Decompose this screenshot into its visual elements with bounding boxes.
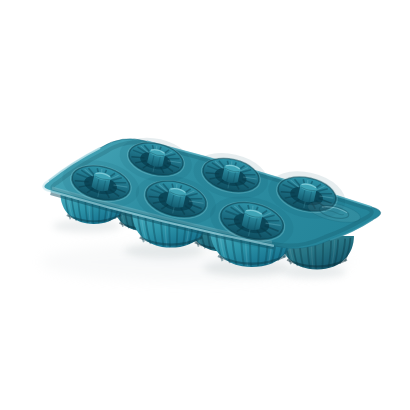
product-photo (0, 0, 410, 410)
bundt-pan-image (0, 0, 410, 410)
